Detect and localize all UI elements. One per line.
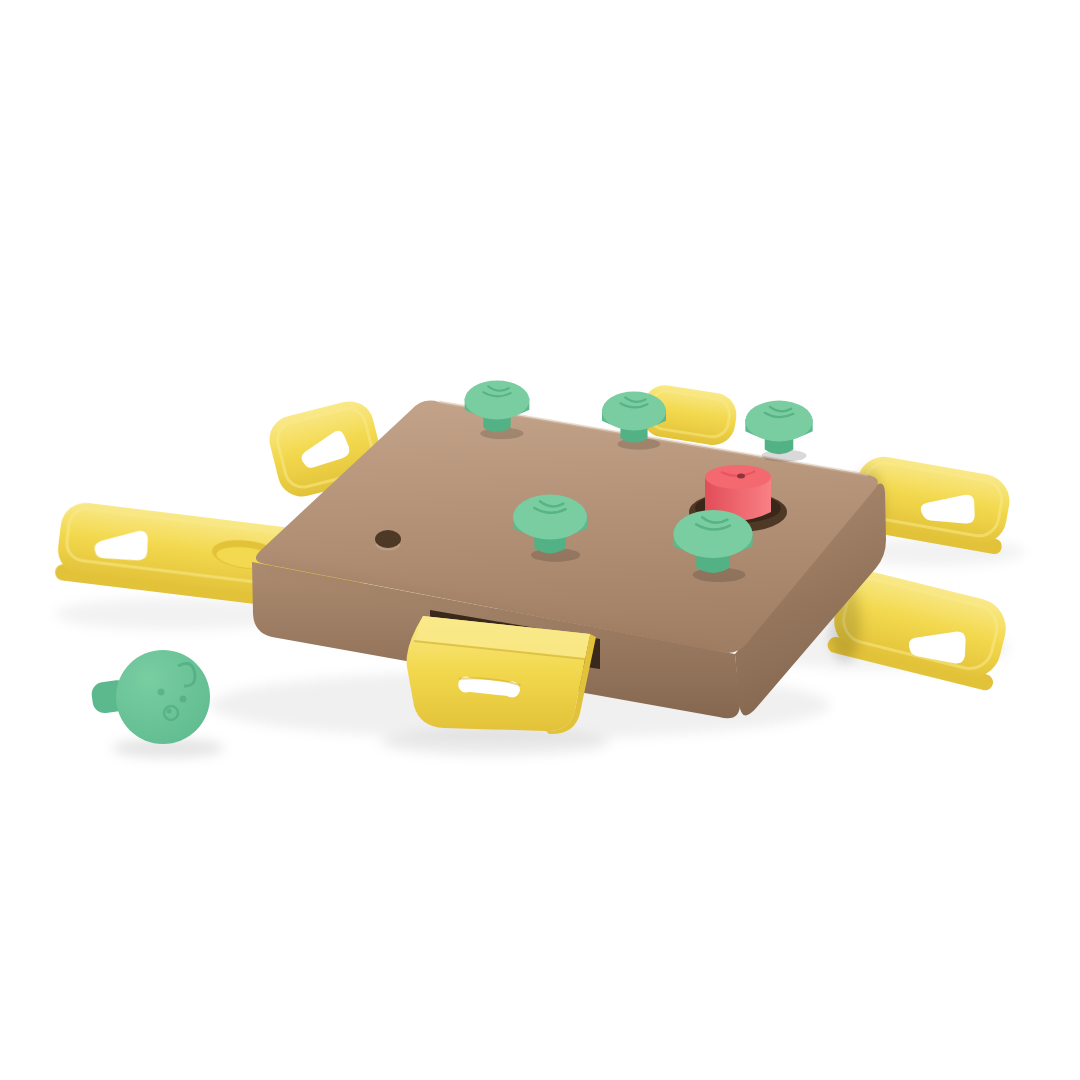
peg-loose[interactable] [90, 650, 210, 744]
product-photo [0, 0, 1080, 1080]
puzzle-toy-scene [0, 0, 1080, 1080]
peg-back-right[interactable] [745, 401, 812, 462]
peg-loose-cap[interactable] [116, 650, 210, 744]
drawer-front[interactable] [407, 616, 596, 734]
red-peg-center-hole [737, 474, 745, 479]
vent-hole [375, 530, 401, 550]
